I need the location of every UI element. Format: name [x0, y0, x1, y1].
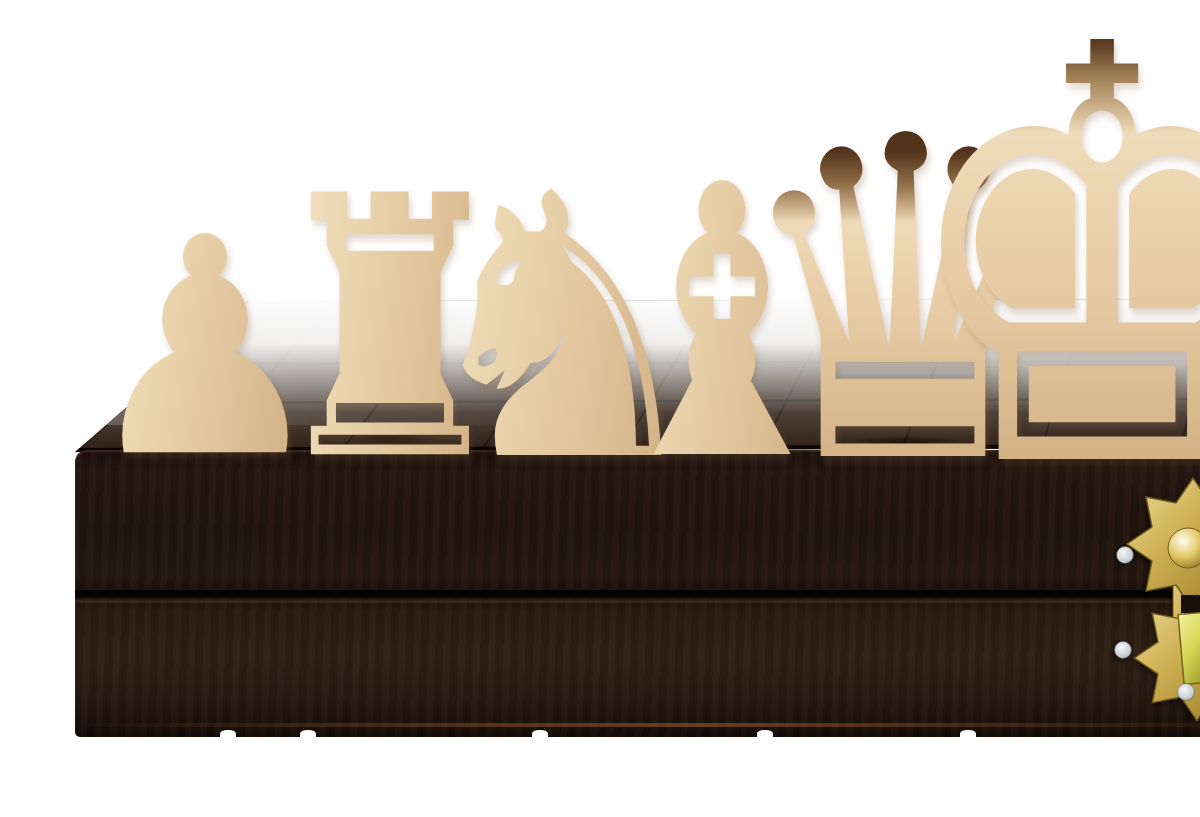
- clasp-slot: [1181, 595, 1200, 613]
- box-bottom-notch: [300, 730, 316, 738]
- box-bottom-notch: [220, 730, 236, 738]
- box-bottom-notch: [960, 730, 976, 738]
- brass-clasp: [1085, 462, 1200, 722]
- box-bottom-notch: [757, 730, 773, 738]
- nail-head: [1117, 547, 1134, 564]
- nail-head: [1115, 642, 1132, 659]
- box-bottom-notch: [532, 730, 548, 738]
- box-worn-edge: [75, 723, 1200, 727]
- chess-set-photo: ♟ ♜ ♞ ♝ ♛ ♚: [0, 0, 1200, 817]
- nail-head: [1178, 684, 1195, 701]
